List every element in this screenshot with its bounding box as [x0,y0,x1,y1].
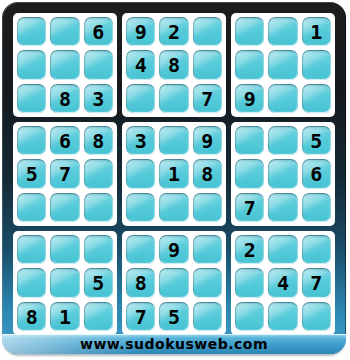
cell-r9c5[interactable]: 5 [159,302,188,331]
cell-r6c3[interactable] [84,193,113,222]
cell-r5c2[interactable]: 7 [50,159,79,188]
cell-r6c2[interactable] [50,193,79,222]
cell-r8c2[interactable] [50,268,79,297]
cell-r9c2[interactable]: 1 [50,302,79,331]
cell-r1c4[interactable]: 9 [126,17,155,46]
cell-r2c8[interactable] [268,50,297,79]
cell-r9c3[interactable] [84,302,113,331]
cell-r8c1[interactable] [17,268,46,297]
cell-r7c6[interactable] [193,235,222,264]
cell-r9c6[interactable] [193,302,222,331]
cell-r3c6[interactable]: 7 [193,84,222,113]
cell-r2c3[interactable] [84,50,113,79]
cell-r2c1[interactable] [17,50,46,79]
sudoku-plaque: 6839248719685739185675819875247 www.sudo… [2,2,346,354]
cell-r1c7[interactable] [235,17,264,46]
cell-r4c8[interactable] [268,126,297,155]
box-2: 92487 [122,13,226,117]
cell-r9c1[interactable]: 8 [17,302,46,331]
cell-r9c7[interactable] [235,302,264,331]
cell-r5c6[interactable]: 8 [193,159,222,188]
cell-r5c7[interactable] [235,159,264,188]
cell-r3c7[interactable]: 9 [235,84,264,113]
cell-r2c6[interactable] [193,50,222,79]
site-url-link[interactable]: www.sudokusweb.com [80,336,268,352]
cell-r1c3[interactable]: 6 [84,17,113,46]
cell-r7c7[interactable]: 2 [235,235,264,264]
cell-r1c2[interactable] [50,17,79,46]
cell-r2c4[interactable]: 4 [126,50,155,79]
cell-r6c7[interactable]: 7 [235,193,264,222]
sudoku-board: 6839248719685739185675819875247 [13,13,335,335]
box-9: 247 [231,231,335,335]
cell-r2c7[interactable] [235,50,264,79]
box-1: 683 [13,13,117,117]
cell-r7c4[interactable] [126,235,155,264]
cell-r2c2[interactable] [50,50,79,79]
cell-r4c1[interactable] [17,126,46,155]
cell-r4c6[interactable]: 9 [193,126,222,155]
cell-r2c9[interactable] [302,50,331,79]
cell-r8c3[interactable]: 5 [84,268,113,297]
cell-r7c3[interactable] [84,235,113,264]
cell-r4c9[interactable]: 5 [302,126,331,155]
cell-r1c9[interactable]: 1 [302,17,331,46]
cell-r7c5[interactable]: 9 [159,235,188,264]
cell-r5c4[interactable] [126,159,155,188]
cell-r6c9[interactable] [302,193,331,222]
cell-r8c6[interactable] [193,268,222,297]
cell-r8c4[interactable]: 8 [126,268,155,297]
box-3: 19 [231,13,335,117]
cell-r8c5[interactable] [159,268,188,297]
cell-r3c3[interactable]: 3 [84,84,113,113]
cell-r1c5[interactable]: 2 [159,17,188,46]
cell-r6c8[interactable] [268,193,297,222]
cell-r3c9[interactable] [302,84,331,113]
cell-r9c4[interactable]: 7 [126,302,155,331]
cell-r6c1[interactable] [17,193,46,222]
cell-r4c7[interactable] [235,126,264,155]
cell-r6c5[interactable] [159,193,188,222]
cell-r7c9[interactable] [302,235,331,264]
cell-r5c9[interactable]: 6 [302,159,331,188]
footer-bar: www.sudokusweb.com [2,334,346,354]
box-6: 567 [231,122,335,226]
cell-r8c8[interactable]: 4 [268,268,297,297]
cell-r3c8[interactable] [268,84,297,113]
cell-r6c6[interactable] [193,193,222,222]
cell-r2c5[interactable]: 8 [159,50,188,79]
cell-r1c6[interactable] [193,17,222,46]
cell-r7c8[interactable] [268,235,297,264]
cell-r9c9[interactable] [302,302,331,331]
cell-r5c5[interactable]: 1 [159,159,188,188]
cell-r1c1[interactable] [17,17,46,46]
cell-r9c8[interactable] [268,302,297,331]
cell-r4c4[interactable]: 3 [126,126,155,155]
cell-r3c1[interactable] [17,84,46,113]
box-7: 581 [13,231,117,335]
cell-r5c1[interactable]: 5 [17,159,46,188]
cell-r7c1[interactable] [17,235,46,264]
cell-r3c4[interactable] [126,84,155,113]
cell-r4c3[interactable]: 8 [84,126,113,155]
cell-r7c2[interactable] [50,235,79,264]
cell-r4c5[interactable] [159,126,188,155]
cell-r4c2[interactable]: 6 [50,126,79,155]
cell-r5c8[interactable] [268,159,297,188]
cell-r5c3[interactable] [84,159,113,188]
cell-r1c8[interactable] [268,17,297,46]
cell-r8c9[interactable]: 7 [302,268,331,297]
box-4: 6857 [13,122,117,226]
cell-r8c7[interactable] [235,268,264,297]
box-8: 9875 [122,231,226,335]
cell-r6c4[interactable] [126,193,155,222]
cell-r3c5[interactable] [159,84,188,113]
box-5: 3918 [122,122,226,226]
cell-r3c2[interactable]: 8 [50,84,79,113]
